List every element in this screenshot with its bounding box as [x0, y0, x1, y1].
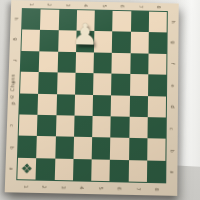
board-square: [56, 94, 75, 116]
coordinate-label: 7: [135, 187, 141, 190]
board-square: [147, 117, 166, 139]
board-square: [21, 51, 40, 72]
board-square: [129, 117, 148, 139]
board-square: [36, 158, 55, 180]
coordinate-label: 6: [116, 187, 122, 190]
coordinate-label: 1: [22, 185, 28, 188]
coordinate-label: 8: [156, 5, 162, 8]
board-square: [76, 10, 94, 31]
board-square: [22, 9, 41, 30]
board-square: [129, 138, 148, 160]
board-square: [74, 94, 93, 116]
board-square: [38, 72, 57, 94]
board-square: [110, 138, 129, 160]
coordinate-label: g: [170, 41, 176, 44]
coordinate-label: c: [9, 124, 15, 127]
board-square: [130, 32, 148, 53]
board-square: [111, 116, 130, 138]
board-square: [58, 31, 77, 52]
chess-board: 12345678 12345678 hgfedcba hgfedcba © Ch…: [5, 0, 179, 196]
coordinate-label: c: [169, 127, 175, 130]
coordinate-label: b: [9, 145, 15, 148]
coordinate-label: 6: [119, 5, 125, 8]
board-square: [57, 73, 76, 95]
coordinate-label: 8: [154, 188, 160, 191]
board-square: [148, 96, 167, 118]
coordinate-label: f: [170, 63, 176, 65]
board-square: [94, 31, 113, 52]
board-square: [55, 137, 74, 159]
coordinate-label: 3: [60, 186, 66, 189]
board-square: [129, 95, 148, 117]
photo-background: 12345678 12345678 hgfedcba hgfedcba © Ch…: [0, 0, 200, 200]
board-square: [18, 136, 37, 158]
coordinate-label: e: [170, 84, 176, 87]
board-square: [149, 12, 167, 33]
board-square: [130, 11, 148, 32]
board-square: [19, 93, 38, 115]
board-square: [148, 32, 166, 53]
coordinate-label: 1: [28, 3, 34, 6]
board-square: [148, 53, 166, 74]
board-square: [112, 32, 130, 53]
board-square: [110, 159, 129, 181]
board-square: [148, 74, 166, 96]
board-square: [130, 53, 148, 74]
board-square: [74, 115, 93, 137]
board-square: [40, 9, 59, 30]
coordinate-label: d: [169, 105, 175, 108]
board-square: [112, 11, 130, 32]
coordinate-label: 4: [79, 186, 85, 189]
board-square: [75, 52, 94, 73]
coordinate-label: a: [169, 171, 175, 174]
board-square: [20, 72, 39, 94]
board-square: [57, 51, 76, 72]
coordinate-label: 3: [65, 4, 71, 7]
coordinate-label: d: [10, 102, 16, 105]
board-square: [76, 31, 95, 52]
board-square: [147, 160, 166, 182]
coordinate-label: h: [13, 17, 19, 20]
coordinate-label: 2: [46, 3, 52, 6]
board-square: [92, 116, 111, 138]
board-square: [75, 73, 94, 95]
coordinate-label: 2: [41, 185, 47, 188]
board-square: [73, 159, 92, 181]
coordinate-label: 5: [101, 4, 107, 7]
board-square: [93, 95, 112, 117]
board-square: [73, 137, 92, 159]
coords-right: hgfedcba: [166, 11, 178, 184]
board-square: [36, 136, 55, 158]
board-square: [58, 10, 77, 31]
board-square: [111, 95, 130, 117]
board-grid-area: ❖ ♟: [16, 8, 168, 183]
coordinate-label: b: [169, 149, 175, 152]
coordinate-label: h: [170, 20, 176, 23]
board-square: [94, 11, 112, 32]
board-square: [40, 30, 59, 51]
board-square: [21, 30, 40, 51]
coordinate-label: g: [12, 38, 18, 41]
coordinate-label: a: [8, 167, 14, 170]
board-square: [54, 158, 73, 180]
coordinate-label: 5: [97, 186, 103, 189]
board-square: [111, 74, 130, 96]
board-grid: ❖: [16, 8, 168, 183]
board-square: [92, 137, 111, 159]
board-square: [38, 93, 57, 115]
board-square: [19, 114, 38, 136]
coordinate-label: 7: [138, 5, 144, 8]
board-square: [147, 139, 166, 161]
board-square: [91, 159, 110, 181]
board-square: [55, 115, 74, 137]
board-square: [39, 51, 58, 72]
board-square: [37, 115, 56, 137]
coordinate-label: 4: [83, 4, 89, 7]
board-square: [93, 73, 112, 95]
board-square: [93, 52, 112, 73]
board-square: [128, 160, 147, 182]
board-square: [112, 53, 131, 74]
board-square: [130, 74, 149, 96]
board-square: ❖: [17, 157, 36, 179]
brand-logo: ❖: [21, 162, 33, 175]
